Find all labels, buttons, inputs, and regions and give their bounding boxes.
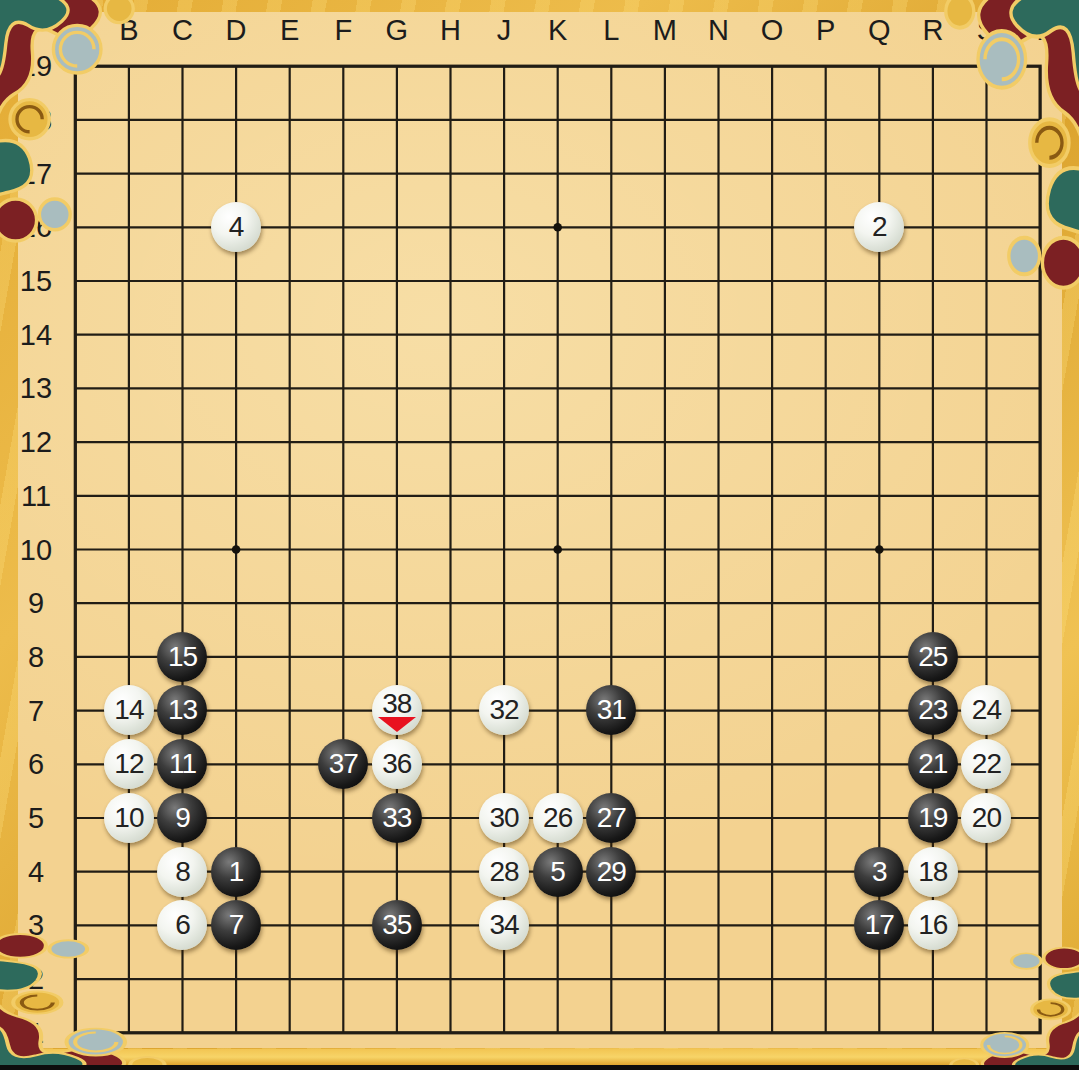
intersection[interactable] — [263, 845, 317, 899]
intersection[interactable]: 37 — [316, 737, 370, 791]
intersection[interactable] — [1013, 200, 1067, 254]
intersection[interactable] — [263, 684, 317, 738]
intersection[interactable] — [745, 254, 799, 308]
intersection[interactable] — [852, 415, 906, 469]
intersection[interactable]: 12 — [102, 737, 156, 791]
intersection[interactable] — [156, 39, 210, 93]
white-stone[interactable]: 14 — [104, 685, 154, 735]
intersection[interactable] — [638, 415, 692, 469]
intersection[interactable] — [745, 308, 799, 362]
white-stone[interactable]: 24 — [961, 685, 1011, 735]
intersection[interactable] — [692, 93, 746, 147]
intersection[interactable] — [424, 898, 478, 952]
intersection[interactable] — [906, 952, 960, 1006]
intersection[interactable] — [1013, 362, 1067, 416]
intersection[interactable] — [852, 362, 906, 416]
intersection[interactable] — [638, 630, 692, 684]
intersection[interactable] — [370, 845, 424, 899]
intersection[interactable] — [263, 791, 317, 845]
intersection[interactable] — [692, 684, 746, 738]
intersection[interactable] — [799, 576, 853, 630]
black-stone[interactable]: 19 — [908, 793, 958, 843]
intersection[interactable] — [852, 737, 906, 791]
intersection[interactable] — [799, 254, 853, 308]
intersection[interactable] — [1013, 576, 1067, 630]
intersection[interactable] — [1013, 791, 1067, 845]
intersection[interactable] — [960, 39, 1014, 93]
intersection[interactable] — [638, 791, 692, 845]
intersection[interactable] — [531, 39, 585, 93]
intersection[interactable] — [102, 630, 156, 684]
intersection[interactable] — [49, 469, 103, 523]
intersection[interactable] — [531, 200, 585, 254]
white-stone[interactable]: 28 — [479, 847, 529, 897]
intersection[interactable] — [424, 93, 478, 147]
intersection[interactable] — [960, 952, 1014, 1006]
intersection[interactable] — [692, 39, 746, 93]
intersection[interactable] — [584, 93, 638, 147]
intersection[interactable] — [638, 898, 692, 952]
black-stone[interactable]: 5 — [533, 847, 583, 897]
white-stone[interactable]: 30 — [479, 793, 529, 843]
intersection[interactable]: 38 — [370, 684, 424, 738]
intersection[interactable] — [49, 93, 103, 147]
intersection[interactable] — [370, 254, 424, 308]
black-stone[interactable]: 7 — [211, 900, 261, 950]
intersection[interactable] — [209, 308, 263, 362]
intersection[interactable] — [1013, 254, 1067, 308]
intersection[interactable] — [316, 576, 370, 630]
intersection[interactable] — [263, 576, 317, 630]
intersection[interactable] — [638, 469, 692, 523]
intersection[interactable] — [370, 308, 424, 362]
intersection[interactable] — [960, 200, 1014, 254]
intersection[interactable] — [49, 147, 103, 201]
intersection[interactable] — [531, 952, 585, 1006]
intersection[interactable] — [745, 39, 799, 93]
intersection[interactable] — [424, 469, 478, 523]
intersection[interactable] — [906, 200, 960, 254]
intersection[interactable] — [745, 469, 799, 523]
intersection[interactable] — [906, 147, 960, 201]
intersection[interactable] — [49, 254, 103, 308]
intersection[interactable] — [584, 39, 638, 93]
intersection[interactable] — [477, 39, 531, 93]
intersection[interactable] — [638, 576, 692, 630]
intersection[interactable]: 8 — [156, 845, 210, 899]
intersection[interactable] — [209, 39, 263, 93]
intersection[interactable] — [799, 791, 853, 845]
intersection[interactable] — [477, 362, 531, 416]
intersection[interactable] — [477, 93, 531, 147]
white-stone[interactable]: 8 — [157, 847, 207, 897]
intersection[interactable] — [316, 898, 370, 952]
intersection[interactable] — [799, 684, 853, 738]
intersection[interactable] — [692, 308, 746, 362]
intersection[interactable] — [692, 845, 746, 899]
white-stone[interactable]: 34 — [479, 900, 529, 950]
intersection[interactable] — [316, 362, 370, 416]
intersection[interactable] — [49, 523, 103, 577]
intersection[interactable] — [692, 737, 746, 791]
intersection[interactable] — [638, 147, 692, 201]
intersection[interactable] — [370, 200, 424, 254]
white-stone[interactable]: 16 — [908, 900, 958, 950]
intersection[interactable] — [263, 630, 317, 684]
intersection[interactable] — [263, 469, 317, 523]
white-stone[interactable]: 10 — [104, 793, 154, 843]
intersection[interactable] — [584, 523, 638, 577]
intersection[interactable] — [852, 523, 906, 577]
intersection[interactable] — [424, 576, 478, 630]
black-stone[interactable]: 29 — [586, 847, 636, 897]
intersection[interactable] — [477, 200, 531, 254]
intersection[interactable] — [852, 39, 906, 93]
intersection[interactable] — [906, 39, 960, 93]
intersection[interactable]: 17 — [852, 898, 906, 952]
intersection[interactable] — [1013, 630, 1067, 684]
intersection[interactable] — [745, 362, 799, 416]
intersection[interactable] — [370, 147, 424, 201]
black-stone[interactable]: 17 — [854, 900, 904, 950]
white-stone[interactable]: 20 — [961, 793, 1011, 843]
intersection[interactable] — [638, 362, 692, 416]
intersection[interactable] — [263, 737, 317, 791]
intersection[interactable] — [49, 737, 103, 791]
intersection[interactable] — [156, 952, 210, 1006]
intersection[interactable]: 31 — [584, 684, 638, 738]
intersection[interactable]: 18 — [906, 845, 960, 899]
intersection[interactable] — [424, 362, 478, 416]
intersection[interactable] — [424, 952, 478, 1006]
intersection[interactable] — [531, 415, 585, 469]
intersection[interactable] — [531, 898, 585, 952]
intersection[interactable] — [906, 523, 960, 577]
intersection[interactable] — [960, 415, 1014, 469]
intersection[interactable] — [424, 415, 478, 469]
intersection[interactable] — [263, 254, 317, 308]
intersection[interactable] — [424, 845, 478, 899]
intersection[interactable]: 25 — [906, 630, 960, 684]
intersection[interactable] — [49, 630, 103, 684]
intersection[interactable] — [745, 845, 799, 899]
intersection[interactable] — [102, 576, 156, 630]
intersection[interactable] — [745, 200, 799, 254]
black-stone[interactable]: 3 — [854, 847, 904, 897]
intersection[interactable]: 1 — [209, 845, 263, 899]
black-stone[interactable]: 37 — [318, 739, 368, 789]
intersection[interactable] — [692, 898, 746, 952]
intersection[interactable]: 10 — [102, 791, 156, 845]
intersection[interactable] — [1013, 39, 1067, 93]
intersection[interactable] — [102, 523, 156, 577]
intersection[interactable] — [156, 308, 210, 362]
intersection[interactable]: 7 — [209, 898, 263, 952]
intersection[interactable] — [960, 147, 1014, 201]
intersection[interactable] — [209, 737, 263, 791]
black-stone[interactable]: 1 — [211, 847, 261, 897]
intersection[interactable] — [102, 93, 156, 147]
intersection[interactable] — [209, 93, 263, 147]
intersection[interactable] — [316, 952, 370, 1006]
intersection[interactable] — [531, 147, 585, 201]
black-stone[interactable]: 13 — [157, 685, 207, 735]
intersection[interactable] — [692, 200, 746, 254]
intersection[interactable] — [1013, 308, 1067, 362]
intersection[interactable] — [906, 415, 960, 469]
intersection[interactable] — [799, 415, 853, 469]
intersection[interactable] — [49, 898, 103, 952]
white-stone[interactable]: 26 — [533, 793, 583, 843]
intersection[interactable] — [209, 523, 263, 577]
intersection[interactable] — [745, 952, 799, 1006]
intersection[interactable] — [477, 308, 531, 362]
intersection[interactable] — [960, 576, 1014, 630]
intersection[interactable]: 24 — [960, 684, 1014, 738]
intersection[interactable] — [960, 254, 1014, 308]
intersection[interactable] — [638, 93, 692, 147]
intersection[interactable] — [799, 630, 853, 684]
black-stone[interactable]: 9 — [157, 793, 207, 843]
intersection[interactable] — [531, 630, 585, 684]
intersection[interactable] — [370, 576, 424, 630]
intersection[interactable] — [316, 523, 370, 577]
intersection[interactable] — [638, 308, 692, 362]
intersection[interactable] — [584, 200, 638, 254]
intersection[interactable] — [156, 93, 210, 147]
intersection[interactable] — [477, 147, 531, 201]
white-stone[interactable]: 22 — [961, 739, 1011, 789]
intersection[interactable] — [49, 952, 103, 1006]
intersection[interactable] — [263, 147, 317, 201]
intersection[interactable] — [370, 630, 424, 684]
white-stone[interactable]: 12 — [104, 739, 154, 789]
intersection[interactable] — [370, 93, 424, 147]
intersection[interactable] — [906, 362, 960, 416]
intersection[interactable] — [584, 362, 638, 416]
intersection[interactable] — [477, 630, 531, 684]
intersection[interactable] — [209, 684, 263, 738]
intersection[interactable] — [692, 576, 746, 630]
intersection[interactable] — [424, 39, 478, 93]
intersection[interactable] — [799, 200, 853, 254]
intersection[interactable]: 34 — [477, 898, 531, 952]
intersection[interactable]: 6 — [156, 898, 210, 952]
intersection[interactable] — [745, 523, 799, 577]
intersection[interactable] — [745, 415, 799, 469]
intersection[interactable] — [102, 147, 156, 201]
intersection[interactable] — [960, 845, 1014, 899]
intersection[interactable] — [799, 362, 853, 416]
intersection[interactable] — [531, 93, 585, 147]
black-stone[interactable]: 25 — [908, 632, 958, 682]
intersection[interactable] — [424, 791, 478, 845]
intersection[interactable] — [209, 415, 263, 469]
intersection[interactable] — [531, 254, 585, 308]
intersection[interactable] — [799, 523, 853, 577]
intersection[interactable]: 19 — [906, 791, 960, 845]
intersection[interactable] — [852, 630, 906, 684]
intersection[interactable] — [692, 791, 746, 845]
white-stone[interactable]: 18 — [908, 847, 958, 897]
intersection[interactable] — [370, 469, 424, 523]
intersection[interactable] — [638, 737, 692, 791]
intersection[interactable] — [477, 952, 531, 1006]
intersection[interactable] — [49, 576, 103, 630]
intersection[interactable] — [799, 308, 853, 362]
intersection[interactable] — [692, 952, 746, 1006]
intersection[interactable] — [156, 523, 210, 577]
intersection[interactable] — [960, 469, 1014, 523]
intersection[interactable] — [477, 576, 531, 630]
intersection[interactable] — [745, 791, 799, 845]
intersection[interactable] — [531, 737, 585, 791]
intersection[interactable] — [370, 952, 424, 1006]
intersection[interactable] — [424, 254, 478, 308]
intersection[interactable]: 5 — [531, 845, 585, 899]
intersection[interactable] — [477, 469, 531, 523]
intersection[interactable] — [263, 952, 317, 1006]
intersection[interactable] — [799, 898, 853, 952]
intersection[interactable] — [692, 469, 746, 523]
intersection[interactable] — [906, 93, 960, 147]
intersection[interactable]: 28 — [477, 845, 531, 899]
intersection[interactable] — [263, 415, 317, 469]
intersection[interactable] — [1013, 737, 1067, 791]
intersection[interactable] — [745, 684, 799, 738]
intersection[interactable] — [209, 952, 263, 1006]
intersection[interactable] — [263, 362, 317, 416]
intersection[interactable]: 30 — [477, 791, 531, 845]
intersection[interactable] — [1013, 952, 1067, 1006]
intersection[interactable] — [638, 523, 692, 577]
intersection[interactable] — [531, 576, 585, 630]
intersection[interactable] — [531, 469, 585, 523]
intersection[interactable] — [584, 469, 638, 523]
intersection[interactable] — [424, 737, 478, 791]
intersection[interactable] — [638, 39, 692, 93]
intersection[interactable] — [102, 952, 156, 1006]
intersection[interactable] — [263, 93, 317, 147]
intersection[interactable] — [424, 684, 478, 738]
intersection[interactable] — [1013, 147, 1067, 201]
intersection[interactable] — [102, 415, 156, 469]
intersection[interactable]: 21 — [906, 737, 960, 791]
intersection[interactable] — [745, 93, 799, 147]
intersection[interactable] — [209, 469, 263, 523]
intersection[interactable] — [49, 845, 103, 899]
intersection[interactable] — [852, 93, 906, 147]
intersection[interactable] — [316, 415, 370, 469]
black-stone[interactable]: 31 — [586, 685, 636, 735]
intersection[interactable] — [316, 39, 370, 93]
intersection[interactable] — [209, 254, 263, 308]
intersection[interactable] — [316, 791, 370, 845]
intersection[interactable] — [424, 147, 478, 201]
intersection[interactable] — [49, 684, 103, 738]
intersection[interactable]: 26 — [531, 791, 585, 845]
intersection[interactable] — [745, 630, 799, 684]
intersection[interactable] — [263, 200, 317, 254]
intersection[interactable] — [477, 415, 531, 469]
intersection[interactable] — [49, 791, 103, 845]
intersection[interactable] — [745, 737, 799, 791]
intersection[interactable] — [49, 200, 103, 254]
intersection[interactable] — [209, 630, 263, 684]
intersection[interactable]: 23 — [906, 684, 960, 738]
intersection[interactable] — [102, 845, 156, 899]
intersection[interactable] — [156, 362, 210, 416]
intersection[interactable] — [906, 308, 960, 362]
intersection[interactable] — [799, 147, 853, 201]
black-stone[interactable]: 33 — [372, 793, 422, 843]
intersection[interactable]: 3 — [852, 845, 906, 899]
intersection[interactable] — [209, 147, 263, 201]
intersection[interactable] — [102, 308, 156, 362]
intersection[interactable] — [316, 147, 370, 201]
intersection[interactable] — [638, 952, 692, 1006]
intersection[interactable] — [638, 845, 692, 899]
intersection[interactable] — [799, 469, 853, 523]
intersection[interactable] — [745, 576, 799, 630]
intersection[interactable] — [316, 254, 370, 308]
intersection[interactable] — [852, 576, 906, 630]
intersection[interactable] — [477, 737, 531, 791]
intersection[interactable] — [1013, 898, 1067, 952]
intersection[interactable] — [692, 415, 746, 469]
white-stone[interactable]: 32 — [479, 685, 529, 735]
intersection[interactable] — [477, 254, 531, 308]
intersection[interactable] — [799, 93, 853, 147]
intersection[interactable] — [1013, 684, 1067, 738]
intersection[interactable] — [370, 362, 424, 416]
intersection[interactable] — [638, 684, 692, 738]
intersection[interactable]: 4 — [209, 200, 263, 254]
intersection[interactable]: 33 — [370, 791, 424, 845]
intersection[interactable] — [531, 308, 585, 362]
intersection[interactable]: 22 — [960, 737, 1014, 791]
intersection[interactable] — [263, 308, 317, 362]
intersection[interactable] — [209, 362, 263, 416]
white-stone[interactable]: 4 — [211, 202, 261, 252]
intersection[interactable]: 29 — [584, 845, 638, 899]
intersection[interactable] — [102, 254, 156, 308]
intersection[interactable] — [49, 415, 103, 469]
white-stone[interactable]: 36 — [372, 739, 422, 789]
intersection[interactable] — [692, 523, 746, 577]
black-stone[interactable]: 23 — [908, 685, 958, 735]
intersection[interactable] — [102, 469, 156, 523]
intersection[interactable] — [584, 254, 638, 308]
intersection[interactable] — [852, 684, 906, 738]
intersection[interactable]: 2 — [852, 200, 906, 254]
intersection[interactable] — [799, 952, 853, 1006]
intersection[interactable] — [49, 39, 103, 93]
intersection[interactable] — [49, 308, 103, 362]
intersection[interactable] — [209, 791, 263, 845]
intersection[interactable]: 20 — [960, 791, 1014, 845]
intersection[interactable] — [156, 415, 210, 469]
black-stone[interactable]: 21 — [908, 739, 958, 789]
intersection[interactable] — [1013, 469, 1067, 523]
intersection[interactable] — [316, 308, 370, 362]
intersection[interactable] — [852, 469, 906, 523]
intersection[interactable] — [102, 39, 156, 93]
intersection[interactable] — [1013, 845, 1067, 899]
intersection[interactable] — [370, 39, 424, 93]
intersection[interactable] — [531, 684, 585, 738]
intersection[interactable] — [1013, 93, 1067, 147]
